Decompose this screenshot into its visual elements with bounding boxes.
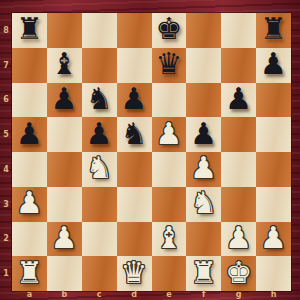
piece-black-pawn[interactable]: ♟ — [86, 119, 113, 149]
square-a7[interactable] — [12, 48, 47, 83]
square-e8[interactable]: ♚ — [152, 13, 187, 48]
piece-black-rook[interactable]: ♜ — [16, 14, 43, 44]
square-e3[interactable] — [152, 187, 187, 222]
square-f2[interactable] — [186, 222, 221, 257]
square-g6[interactable]: ♟ — [221, 83, 256, 118]
piece-black-pawn[interactable]: ♟ — [51, 84, 78, 114]
piece-white-pawn[interactable]: ♟ — [225, 223, 252, 253]
rank-label-6: 6 — [0, 83, 12, 118]
square-e7[interactable]: ♛ — [152, 48, 187, 83]
file-labels: abcdefgh — [12, 290, 291, 300]
piece-white-knight[interactable]: ♞ — [86, 153, 113, 183]
square-c6[interactable]: ♞ — [82, 83, 117, 118]
piece-black-knight[interactable]: ♞ — [121, 119, 148, 149]
square-h5[interactable] — [256, 117, 291, 152]
square-d4[interactable] — [117, 152, 152, 187]
square-f1[interactable]: ♜ — [186, 256, 221, 291]
rank-label-5: 5 — [0, 117, 12, 152]
square-e2[interactable]: ♝ — [152, 222, 187, 257]
file-label-f: f — [186, 290, 221, 300]
square-d2[interactable] — [117, 222, 152, 257]
piece-white-queen[interactable]: ♛ — [121, 258, 148, 288]
rank-label-7: 7 — [0, 48, 12, 83]
file-label-g: g — [221, 290, 256, 300]
square-h1[interactable] — [256, 256, 291, 291]
square-f8[interactable] — [186, 13, 221, 48]
file-label-e: e — [152, 290, 187, 300]
square-b2[interactable]: ♟ — [47, 222, 82, 257]
square-c7[interactable] — [82, 48, 117, 83]
square-f3[interactable]: ♞ — [186, 187, 221, 222]
piece-white-pawn[interactable]: ♟ — [16, 188, 43, 218]
square-a8[interactable]: ♜ — [12, 13, 47, 48]
piece-white-pawn[interactable]: ♟ — [51, 223, 78, 253]
square-c8[interactable] — [82, 13, 117, 48]
square-b7[interactable]: ♝ — [47, 48, 82, 83]
square-g7[interactable] — [221, 48, 256, 83]
piece-black-pawn[interactable]: ♟ — [225, 84, 252, 114]
square-a5[interactable]: ♟ — [12, 117, 47, 152]
square-d6[interactable]: ♟ — [117, 83, 152, 118]
rank-label-3: 3 — [0, 187, 12, 222]
piece-black-king[interactable]: ♚ — [155, 14, 182, 44]
piece-black-pawn[interactable]: ♟ — [260, 49, 287, 79]
square-h7[interactable]: ♟ — [256, 48, 291, 83]
square-f6[interactable] — [186, 83, 221, 118]
square-a3[interactable]: ♟ — [12, 187, 47, 222]
piece-white-rook[interactable]: ♜ — [190, 258, 217, 288]
piece-black-bishop[interactable]: ♝ — [51, 49, 78, 79]
square-c3[interactable] — [82, 187, 117, 222]
square-b4[interactable] — [47, 152, 82, 187]
piece-white-king[interactable]: ♚ — [225, 258, 252, 288]
square-c2[interactable] — [82, 222, 117, 257]
square-a6[interactable] — [12, 83, 47, 118]
piece-black-pawn[interactable]: ♟ — [121, 84, 148, 114]
square-h8[interactable]: ♜ — [256, 13, 291, 48]
square-g3[interactable] — [221, 187, 256, 222]
chess-board: ♜♚♜♝♛♟♟♞♟♟♟♟♞♟♟♞♟♟♞♟♝♟♟♜♛♜♚ — [12, 13, 291, 291]
square-b6[interactable]: ♟ — [47, 83, 82, 118]
square-e5[interactable]: ♟ — [152, 117, 187, 152]
rank-labels: 87654321 — [0, 13, 12, 291]
piece-white-pawn[interactable]: ♟ — [155, 119, 182, 149]
square-h6[interactable] — [256, 83, 291, 118]
square-g2[interactable]: ♟ — [221, 222, 256, 257]
square-g5[interactable] — [221, 117, 256, 152]
square-f7[interactable] — [186, 48, 221, 83]
file-label-a: a — [12, 290, 47, 300]
square-g1[interactable]: ♚ — [221, 256, 256, 291]
square-f5[interactable]: ♟ — [186, 117, 221, 152]
piece-white-pawn[interactable]: ♟ — [260, 223, 287, 253]
square-d7[interactable] — [117, 48, 152, 83]
piece-black-pawn[interactable]: ♟ — [190, 119, 217, 149]
board-frame: ♜♚♜♝♛♟♟♞♟♟♟♟♞♟♟♞♟♟♞♟♝♟♟♜♛♜♚ 87654321 abc… — [0, 0, 300, 300]
square-e6[interactable] — [152, 83, 187, 118]
square-d1[interactable]: ♛ — [117, 256, 152, 291]
rank-label-2: 2 — [0, 222, 12, 257]
square-a4[interactable] — [12, 152, 47, 187]
square-g4[interactable] — [221, 152, 256, 187]
file-label-b: b — [47, 290, 82, 300]
square-e1[interactable] — [152, 256, 187, 291]
square-h4[interactable] — [256, 152, 291, 187]
square-a2[interactable] — [12, 222, 47, 257]
square-b1[interactable] — [47, 256, 82, 291]
rank-label-1: 1 — [0, 256, 12, 291]
piece-black-knight[interactable]: ♞ — [86, 84, 113, 114]
file-label-h: h — [256, 290, 291, 300]
piece-white-knight[interactable]: ♞ — [190, 188, 217, 218]
file-label-d: d — [117, 290, 152, 300]
square-b3[interactable] — [47, 187, 82, 222]
square-g8[interactable] — [221, 13, 256, 48]
square-h3[interactable] — [256, 187, 291, 222]
square-d3[interactable] — [117, 187, 152, 222]
square-c5[interactable]: ♟ — [82, 117, 117, 152]
piece-black-pawn[interactable]: ♟ — [16, 119, 43, 149]
square-d8[interactable] — [117, 13, 152, 48]
file-label-c: c — [82, 290, 117, 300]
square-c4[interactable]: ♞ — [82, 152, 117, 187]
square-b8[interactable] — [47, 13, 82, 48]
rank-label-8: 8 — [0, 13, 12, 48]
square-f4[interactable]: ♟ — [186, 152, 221, 187]
piece-white-bishop[interactable]: ♝ — [155, 223, 182, 253]
square-b5[interactable] — [47, 117, 82, 152]
piece-white-pawn[interactable]: ♟ — [190, 153, 217, 183]
square-d5[interactable]: ♞ — [117, 117, 152, 152]
square-a1[interactable]: ♜ — [12, 256, 47, 291]
piece-black-rook[interactable]: ♜ — [260, 14, 287, 44]
piece-black-queen[interactable]: ♛ — [155, 49, 182, 79]
piece-white-rook[interactable]: ♜ — [16, 258, 43, 288]
square-e4[interactable] — [152, 152, 187, 187]
rank-label-4: 4 — [0, 152, 12, 187]
square-c1[interactable] — [82, 256, 117, 291]
square-h2[interactable]: ♟ — [256, 222, 291, 257]
